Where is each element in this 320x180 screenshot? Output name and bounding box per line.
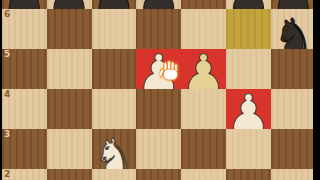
grab-hand-icon [160,60,182,84]
square-b2[interactable] [47,169,92,180]
rank-label-5: 5 [4,50,10,59]
square-g5[interactable] [271,49,313,89]
square-e7[interactable] [181,0,226,9]
square-c6[interactable] [92,9,137,49]
rank-label-2: 2 [4,170,10,179]
square-e5[interactable]: ♟ [181,49,226,89]
chess-board: ♟♟♟♟♟♟♟6♞5♟♟4♟3♞2 [2,0,313,180]
square-e6[interactable] [181,9,226,49]
square-g2[interactable] [271,169,313,180]
square-a4[interactable]: 4 [2,89,47,129]
square-b5[interactable] [47,49,92,89]
rank-label-3: 3 [4,130,10,139]
square-e3[interactable] [181,129,226,169]
square-c5[interactable] [92,49,137,89]
square-c7[interactable]: ♟ [92,0,137,9]
square-f7[interactable]: ♟ [226,0,271,9]
square-f4[interactable]: ♟ [226,89,271,129]
square-a5[interactable]: 5 [2,49,47,89]
square-f3[interactable] [226,129,271,169]
rank-label-4: 4 [4,90,10,99]
square-c2[interactable] [92,169,137,180]
square-f6[interactable] [226,9,271,49]
square-a6[interactable]: 6 [2,9,47,49]
square-a7[interactable]: ♟ [2,0,47,9]
square-c3[interactable]: ♞ [92,129,137,169]
square-d3[interactable] [136,129,181,169]
square-f2[interactable] [226,169,271,180]
square-a2[interactable]: 2 [2,169,47,180]
square-g7[interactable]: ♟ [271,0,313,9]
square-e2[interactable] [181,169,226,180]
square-d6[interactable] [136,9,181,49]
square-b6[interactable] [47,9,92,49]
square-b7[interactable]: ♟ [47,0,92,9]
square-g6[interactable]: ♞ [271,9,313,49]
square-d2[interactable] [136,169,181,180]
square-d4[interactable] [136,89,181,129]
square-b4[interactable] [47,89,92,129]
rank-label-6: 6 [4,10,10,19]
square-b3[interactable] [47,129,92,169]
board-grid: ♟♟♟♟♟♟♟6♞5♟♟4♟3♞2 [2,0,313,180]
video-frame: { "game": "chess", "position": { "fen": … [0,0,320,180]
square-g4[interactable] [271,89,313,129]
square-f5[interactable] [226,49,271,89]
square-a3[interactable]: 3 [2,129,47,169]
square-e4[interactable] [181,89,226,129]
square-g3[interactable] [271,129,313,169]
square-d7[interactable]: ♟ [136,0,181,9]
square-c4[interactable] [92,89,137,129]
